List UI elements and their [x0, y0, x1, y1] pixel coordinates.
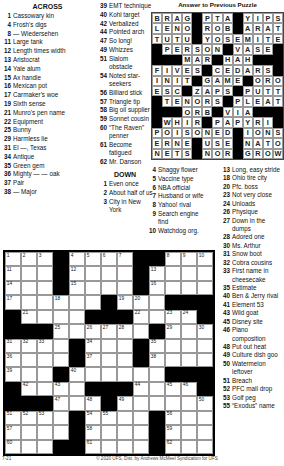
clue-text: Shaggy flower — [158, 166, 205, 174]
puzzle-cell-r13c7[interactable] — [101, 425, 117, 439]
clue-number: 44 — [97, 28, 109, 36]
down-clue-45: 45Disney site — [218, 318, 282, 326]
puzzle-cell-r11c13[interactable]: 50 — [197, 396, 213, 410]
puzzle-cell-r5c10[interactable] — [149, 310, 165, 324]
answer-cell-r1c8: A — [223, 13, 233, 23]
puzzle-black-cell — [101, 295, 117, 309]
down-clue-26: 26Physique — [218, 208, 282, 216]
puzzle-black-cell — [37, 324, 53, 338]
answer-cell-r9c7: S — [212, 96, 222, 106]
cell-number: 34 — [87, 339, 92, 345]
clue-number: 56 — [97, 89, 109, 97]
down-clue-list-1: 1Even once2About half of us3City in New … — [97, 180, 153, 214]
cell-number: 38 — [151, 354, 156, 360]
puzzle-cell-r9c1[interactable]: 39 — [5, 367, 21, 381]
puzzle-cell-r14c6[interactable]: 61 — [85, 440, 101, 454]
puzzle-cell-r1c12[interactable]: 9 — [181, 252, 197, 266]
clue-number: 38 — [1, 188, 13, 196]
answer-black-cell — [263, 107, 273, 117]
puzzle-cell-r8c13[interactable] — [197, 353, 213, 367]
puzzle-cell-r8c3[interactable] — [37, 353, 53, 367]
puzzle-cell-r3c8[interactable] — [117, 281, 133, 295]
puzzle-cell-r7c8[interactable] — [117, 339, 133, 353]
puzzle-cell-r6c9[interactable] — [133, 324, 149, 338]
puzzle-cell-r12c1[interactable]: 51 — [5, 411, 21, 425]
answer-black-cell — [192, 138, 202, 148]
across-clue-58: 58Big oil supplier — [97, 106, 153, 114]
clue-number: 48 — [218, 343, 232, 351]
across-clue-60: 60“The Raven” penner — [97, 124, 153, 140]
answer-cell-r13c3: N — [172, 138, 182, 148]
puzzle-black-cell — [5, 382, 21, 396]
puzzle-cell-r13c11[interactable]: 59 — [165, 425, 181, 439]
answer-cell-r8c10: P — [243, 86, 253, 96]
puzzle-cell-r8c8[interactable] — [117, 353, 133, 367]
puzzle-cell-r4c6[interactable] — [85, 295, 101, 309]
answer-black-cell — [233, 149, 243, 159]
puzzle-cell-r10c9[interactable]: 44 — [133, 382, 149, 396]
clue-number: 1 — [1, 12, 13, 20]
clue-number: 45 — [218, 318, 232, 326]
clue-text: Carmaker's woe — [13, 91, 94, 99]
clue-number: 18 — [218, 174, 232, 182]
answer-cell-r12c7: E — [212, 128, 222, 138]
puzzle-cell-r6c4[interactable]: 25 — [53, 324, 69, 338]
puzzle-cell-r2c3[interactable] — [37, 266, 53, 280]
down-header: DOWN — [97, 170, 153, 179]
answer-cell-r10c10: A — [243, 107, 253, 117]
puzzle-cell-r1c13[interactable]: 10 — [197, 252, 213, 266]
puzzle-cell-r9c3[interactable] — [37, 367, 53, 381]
puzzle-cell-r13c13[interactable] — [197, 425, 213, 439]
puzzle-cell-r7c6[interactable]: 34 — [85, 339, 101, 353]
answer-cell-r7c1: I — [152, 76, 162, 86]
down-clue-6: 6NBA official — [146, 184, 205, 192]
down-clue-32: 32Cobra cousins — [218, 259, 282, 267]
clue-text: Equipment — [13, 118, 94, 126]
puzzle-cell-r11c12[interactable] — [181, 396, 197, 410]
puzzle-cell-r10c3[interactable] — [37, 382, 53, 396]
cell-number: 59 — [167, 426, 172, 432]
cell-number: 16 — [151, 281, 156, 287]
puzzle-cell-r1c11[interactable]: 8 — [165, 252, 181, 266]
clue-number: 43 — [218, 309, 232, 317]
puzzle-cell-r12c4[interactable] — [53, 411, 69, 425]
puzzle-cell-r6c8[interactable]: 28 — [117, 324, 133, 338]
clue-number: 29 — [1, 135, 13, 143]
puzzle-cell-r13c2[interactable] — [21, 425, 37, 439]
answer-black-cell — [152, 117, 162, 127]
across-clue-61: 61Become fatigued — [97, 141, 153, 157]
puzzle-cell-r3c1[interactable]: 14 — [5, 281, 21, 295]
answer-cell-r4c12: E — [263, 44, 273, 54]
puzzle-cell-r7c2[interactable]: 32 — [21, 339, 37, 353]
puzzle-cell-r1c3[interactable]: 3 — [37, 252, 53, 266]
puzzle-cell-r8c12[interactable] — [181, 353, 197, 367]
puzzle-cell-r4c4[interactable]: 18 — [53, 295, 69, 309]
puzzle-cell-r1c2[interactable]: 2 — [21, 252, 37, 266]
answer-cell-r9c13: T — [273, 96, 283, 106]
puzzle-cell-r8c2[interactable] — [21, 353, 37, 367]
puzzle-cell-r4c5[interactable] — [69, 295, 85, 309]
clue-text: Piano composition — [232, 326, 282, 342]
answer-black-cell — [273, 107, 283, 117]
across-clue-12: 12Length times width — [1, 47, 94, 55]
puzzle-cell-r9c7[interactable] — [101, 367, 117, 381]
cell-number: 51 — [7, 411, 12, 417]
puzzle-cell-r4c10[interactable] — [149, 295, 165, 309]
puzzle-cell-r5c11[interactable]: 23 — [165, 310, 181, 324]
puzzle-cell-r14c2[interactable] — [21, 440, 37, 454]
clue-number: 2 — [97, 189, 109, 197]
puzzle-cell-r4c9[interactable]: 20 — [133, 295, 149, 309]
clue-text: Yale alum — [13, 65, 94, 73]
puzzle-cell-r9c6[interactable] — [85, 367, 101, 381]
puzzle-cell-r3c2[interactable] — [21, 281, 37, 295]
across-clue-8: 8— Wiedersehen — [1, 30, 94, 38]
answer-cell-r2c11: R — [253, 23, 263, 33]
across-clue-21: 21Munro's pen name — [1, 109, 94, 117]
puzzle-cell-r5c4[interactable] — [53, 310, 69, 324]
puzzle-cell-r3c12[interactable] — [181, 281, 197, 295]
puzzle-cell-r11c11[interactable] — [165, 396, 181, 410]
answer-cell-r2c2: E — [162, 23, 172, 33]
answer-cell-r7c12: R — [263, 76, 273, 86]
puzzle-cell-r3c13[interactable] — [197, 281, 213, 295]
cell-number: 46 — [183, 382, 188, 388]
clue-number: 59 — [97, 115, 109, 123]
puzzle-cell-r14c11[interactable]: 62 — [165, 440, 181, 454]
puzzle-cell-r7c12[interactable] — [181, 339, 197, 353]
answer-black-cell — [253, 55, 263, 65]
cell-number: 19 — [119, 296, 124, 302]
puzzle-cell-r1c7[interactable]: 6 — [101, 252, 117, 266]
puzzle-cell-r10c11[interactable]: 45 — [165, 382, 181, 396]
puzzle-black-cell — [165, 367, 181, 381]
puzzle-cell-r12c6[interactable]: 54 — [85, 411, 101, 425]
cell-number: 35 — [151, 339, 156, 345]
puzzle-black-cell — [69, 353, 85, 367]
puzzle-cell-r2c2[interactable] — [21, 266, 37, 280]
down-clue-35: 35Estimate — [218, 284, 282, 292]
puzzle-cell-r3c7[interactable] — [101, 281, 117, 295]
puzzle-cell-r13c3[interactable] — [37, 425, 53, 439]
clue-text: Sonnet cousin — [109, 115, 153, 123]
down-clue-10: 10Watchdog org. — [146, 227, 205, 235]
puzzle-cell-r2c5[interactable]: 12 — [69, 266, 85, 280]
puzzle-cell-r2c6[interactable] — [85, 266, 101, 280]
puzzle-cell-r11c4[interactable]: 47 — [53, 396, 69, 410]
puzzle-cell-r11c9[interactable] — [133, 396, 149, 410]
puzzle-cell-r12c9[interactable] — [133, 411, 149, 425]
puzzle-cell-r13c9[interactable] — [133, 425, 149, 439]
answer-cell-r14c6: N — [202, 149, 212, 159]
across-clue-14: 14Yale alum — [1, 65, 94, 73]
down-clue-24: 24Unloads — [218, 200, 282, 208]
across-clue-25: 25Bunny — [1, 126, 94, 134]
puzzle-cell-r2c13[interactable] — [197, 266, 213, 280]
answer-cell-r9c12: A — [263, 96, 273, 106]
answer-cell-r7c13: O — [273, 76, 283, 86]
puzzle-cell-r7c4[interactable] — [53, 339, 69, 353]
answer-black-cell — [273, 44, 283, 54]
puzzle-cell-r11c5[interactable] — [69, 396, 85, 410]
puzzle-cell-r7c7[interactable] — [101, 339, 117, 353]
puzzle-cell-r3c3[interactable] — [37, 281, 53, 295]
cell-number: 1 — [7, 253, 10, 259]
puzzle-cell-r6c13[interactable]: 30 — [197, 324, 213, 338]
clue-number: 12 — [1, 47, 13, 55]
puzzle-black-cell — [197, 295, 213, 309]
across-clue-51: 51Slalom obstacle — [97, 55, 153, 71]
puzzle-cell-r10c4[interactable]: 43 — [53, 382, 69, 396]
across-clue-47: 47So long! — [97, 37, 153, 45]
puzzle-cell-r13c1[interactable]: 57 — [5, 425, 21, 439]
puzzle-cell-r14c3[interactable] — [37, 440, 53, 454]
puzzle-cell-r6c11[interactable]: 29 — [165, 324, 181, 338]
puzzle-cell-r7c3[interactable]: 33 — [37, 339, 53, 353]
puzzle-cell-r11c6[interactable]: 48 — [85, 396, 101, 410]
puzzle-cell-r9c10[interactable] — [149, 367, 165, 381]
puzzle-cell-r10c10[interactable] — [149, 382, 165, 396]
previous-puzzle-answer-grid: BRAGPTAYIPSLENOROBARATTUTUYOSEMITEPERSON… — [151, 12, 284, 160]
clue-number: 25 — [1, 126, 13, 134]
puzzle-cell-r14c13[interactable] — [197, 440, 213, 454]
puzzle-cell-r12c8[interactable] — [117, 411, 133, 425]
cell-number: 26 — [87, 325, 92, 331]
cell-number: 14 — [7, 281, 12, 287]
across-clue-1: 1Cassowary kin — [1, 12, 94, 20]
puzzle-cell-r3c6[interactable] — [85, 281, 101, 295]
answer-cell-r1c4: G — [182, 13, 192, 23]
clue-number: 58 — [97, 106, 109, 114]
down-clue-23: 23Not very close — [218, 191, 282, 199]
cell-number: 28 — [119, 325, 124, 331]
puzzle-cell-r10c5[interactable] — [69, 382, 85, 396]
clue-text: El —, Texas — [13, 144, 94, 152]
across-clue-29: 29Harmless lie — [1, 135, 94, 143]
clue-text: Pair — [13, 179, 94, 187]
puzzle-black-cell — [133, 252, 149, 266]
answer-cell-r9c4: N — [182, 96, 192, 106]
puzzle-cell-r6c6[interactable]: 26 — [85, 324, 101, 338]
cell-number: 17 — [7, 296, 12, 302]
puzzle-cell-r14c7[interactable] — [101, 440, 117, 454]
puzzle-cell-r8c1[interactable]: 36 — [5, 353, 21, 367]
puzzle-cell-r2c1[interactable]: 11 — [5, 266, 21, 280]
puzzle-cell-r7c10[interactable]: 35 — [149, 339, 165, 353]
cell-number: 50 — [199, 397, 204, 403]
answer-cell-r11c5: R — [192, 117, 202, 127]
puzzle-cell-r9c9[interactable] — [133, 367, 149, 381]
puzzle-cell-r6c5[interactable] — [69, 324, 85, 338]
puzzle-cell-r1c8[interactable]: 7 — [117, 252, 133, 266]
answer-black-cell — [253, 107, 263, 117]
puzzle-cell-r5c9[interactable]: 22 — [133, 310, 149, 324]
down-clue-28: 28Adored one — [218, 233, 282, 241]
answer-cell-r9c10: L — [243, 96, 253, 106]
puzzle-cell-r2c7[interactable] — [101, 266, 117, 280]
answer-cell-r4c6: O — [202, 44, 212, 54]
puzzle-cell-r7c11[interactable] — [165, 339, 181, 353]
answer-cell-r13c1: E — [152, 138, 162, 148]
puzzle-cell-r3c5[interactable]: 15 — [69, 281, 85, 295]
puzzle-cell-r6c7[interactable]: 27 — [101, 324, 117, 338]
puzzle-cell-r10c2[interactable]: 42 — [21, 382, 37, 396]
down-clue-40: 40Ben & Jerry rival — [218, 292, 282, 300]
puzzle-cell-r5c12[interactable]: 24 — [181, 310, 197, 324]
answer-cell-r3c9: E — [233, 34, 243, 44]
puzzle-cell-r12c12[interactable] — [181, 411, 197, 425]
cell-number: 8 — [167, 253, 170, 259]
clue-text: Mighty — — oak — [13, 170, 94, 178]
puzzle-cell-r11c8[interactable]: 49 — [117, 396, 133, 410]
across-clue-11: 11Large tank — [1, 38, 94, 46]
cell-number: 30 — [199, 325, 204, 331]
puzzle-cell-r3c11[interactable] — [165, 281, 181, 295]
puzzle-cell-r14c12[interactable] — [181, 440, 197, 454]
cell-number: 18 — [55, 296, 60, 302]
puzzle-cell-r5c2[interactable]: 21 — [21, 310, 37, 324]
answer-cell-r6c3: V — [172, 65, 182, 75]
answer-cell-r3c4: U — [182, 34, 192, 44]
cell-number: 43 — [55, 382, 60, 388]
puzzle-cell-r12c2[interactable]: 52 — [21, 411, 37, 425]
puzzle-cell-r9c8[interactable] — [117, 367, 133, 381]
puzzle-cell-r7c1[interactable]: 31 — [5, 339, 21, 353]
puzzle-cell-r4c2[interactable] — [21, 295, 37, 309]
answer-black-cell — [162, 55, 172, 65]
answer-cell-r8c13: T — [273, 86, 283, 96]
cell-number: 32 — [23, 339, 28, 345]
puzzle-cell-r8c4[interactable] — [53, 353, 69, 367]
puzzle-black-cell — [133, 353, 149, 367]
puzzle-grid: 1234567891011121314151617181920212223242… — [3, 250, 215, 456]
puzzle-cell-r12c13[interactable] — [197, 411, 213, 425]
across-clue-57: 57Triangle tip — [97, 98, 153, 106]
puzzle-cell-r1c5[interactable]: 4 — [69, 252, 85, 266]
cell-number: 33 — [39, 339, 44, 345]
clue-number: 6 — [146, 184, 158, 192]
answer-cell-r3c11: I — [253, 34, 263, 44]
copyright-line: © 2020 UFS, Dist. by Andrews McMeel Synd… — [30, 456, 284, 461]
puzzle-cell-r8c11[interactable] — [165, 353, 181, 367]
clue-number: 40 — [97, 11, 109, 19]
clue-text: Munro's pen name — [13, 109, 94, 117]
puzzle-cell-r12c7[interactable]: 55 — [101, 411, 117, 425]
clue-text: Yahoo! rival — [158, 201, 205, 209]
puzzle-cell-r13c8[interactable] — [117, 425, 133, 439]
puzzle-cell-r4c3[interactable] — [37, 295, 53, 309]
puzzle-cell-r7c13[interactable] — [197, 339, 213, 353]
puzzle-cell-r4c1[interactable]: 17 — [5, 295, 21, 309]
puzzle-cell-r3c10[interactable]: 16 — [149, 281, 165, 295]
puzzle-cell-r12c3[interactable]: 53 — [37, 411, 53, 425]
answer-cell-r3c8: S — [223, 34, 233, 44]
cell-number: 4 — [71, 253, 74, 259]
puzzle-cell-r12c11[interactable]: 56 — [165, 411, 181, 425]
puzzle-cell-r9c2[interactable] — [21, 367, 37, 381]
answer-cell-r6c10: A — [243, 65, 253, 75]
puzzle-cell-r13c6[interactable]: 58 — [85, 425, 101, 439]
answer-cell-r5c5: A — [192, 55, 202, 65]
clue-number: 40 — [218, 292, 232, 300]
puzzle-cell-r14c8[interactable] — [117, 440, 133, 454]
answer-cell-r5c6: R — [202, 55, 212, 65]
answer-black-cell — [202, 65, 212, 75]
across-clue-17: 17Carmaker's woe — [1, 91, 94, 99]
puzzle-cell-r2c10[interactable]: 13 — [149, 266, 165, 280]
puzzle-cell-r10c12[interactable]: 46 — [181, 382, 197, 396]
answer-cell-r13c6: U — [202, 138, 212, 148]
clue-text: Slalom obstacle — [109, 55, 153, 71]
puzzle-cell-r9c5[interactable]: 40 — [69, 367, 85, 381]
down-clue-2: 2About half of us — [97, 189, 153, 197]
answer-cell-r4c7: N — [212, 44, 222, 54]
answer-cell-r13c2: R — [162, 138, 172, 148]
answer-cell-r8c8: S — [223, 86, 233, 96]
puzzle-cell-r2c11[interactable] — [165, 266, 181, 280]
puzzle-cell-r8c10[interactable]: 38 — [149, 353, 165, 367]
puzzle-black-cell — [53, 367, 69, 381]
puzzle-cell-r8c6[interactable]: 37 — [85, 353, 101, 367]
puzzle-cell-r6c12[interactable] — [181, 324, 197, 338]
answer-cell-r13c10: N — [243, 138, 253, 148]
puzzle-cell-r13c12[interactable] — [181, 425, 197, 439]
answer-black-cell — [182, 86, 192, 96]
puzzle-cell-r2c8[interactable] — [117, 266, 133, 280]
answer-cell-r11c4: I — [182, 117, 192, 127]
puzzle-cell-r1c6[interactable]: 5 — [85, 252, 101, 266]
answer-cell-r14c4: S — [182, 149, 192, 159]
puzzle-cell-r14c9[interactable] — [133, 440, 149, 454]
answer-cell-r12c8: D — [223, 128, 233, 138]
puzzle-cell-r4c8[interactable]: 19 — [117, 295, 133, 309]
clue-text: Mr. Danson — [109, 158, 153, 166]
answer-cell-r2c4: O — [182, 23, 192, 33]
down-clue-33: 33First name in cheesecake — [218, 267, 282, 283]
puzzle-cell-r2c12[interactable] — [181, 266, 197, 280]
answer-cell-r3c2: U — [162, 34, 172, 44]
puzzle-cell-r5c5[interactable] — [69, 310, 85, 324]
down-clue-52: 52PFC mail drop — [218, 385, 282, 393]
answer-black-cell — [233, 128, 243, 138]
answer-cell-r9c2: T — [162, 96, 172, 106]
puzzle-black-cell — [117, 382, 133, 396]
across-clue-list-1: 1Cassowary kin4Frosh's digs8— Wiedersehe… — [1, 12, 94, 196]
clue-number: 36 — [1, 170, 13, 178]
puzzle-cell-r11c10[interactable] — [149, 396, 165, 410]
answer-black-cell — [152, 55, 162, 65]
cell-number: 39 — [7, 368, 12, 374]
answer-cell-r14c13: W — [273, 149, 283, 159]
clue-text: Mexican pot — [13, 82, 94, 90]
clue-number: 15 — [1, 74, 13, 82]
puzzle-cell-r1c1[interactable]: 1 — [5, 252, 21, 266]
puzzle-cell-r5c3[interactable] — [37, 310, 53, 324]
puzzle-cell-r14c1[interactable]: 60 — [5, 440, 21, 454]
clue-text: Put out heat — [232, 343, 282, 351]
clue-text: Ohio tire city — [232, 174, 282, 182]
answer-cell-r6c11: R — [253, 65, 263, 75]
puzzle-cell-r8c7[interactable] — [101, 353, 117, 367]
clue-number: 41 — [218, 301, 232, 309]
puzzle-black-cell — [5, 396, 21, 410]
clue-text: Vaccine type — [158, 175, 205, 183]
puzzle-cell-r13c4[interactable] — [53, 425, 69, 439]
puzzle-black-cell — [133, 281, 149, 295]
clue-number: 54 — [97, 72, 109, 88]
